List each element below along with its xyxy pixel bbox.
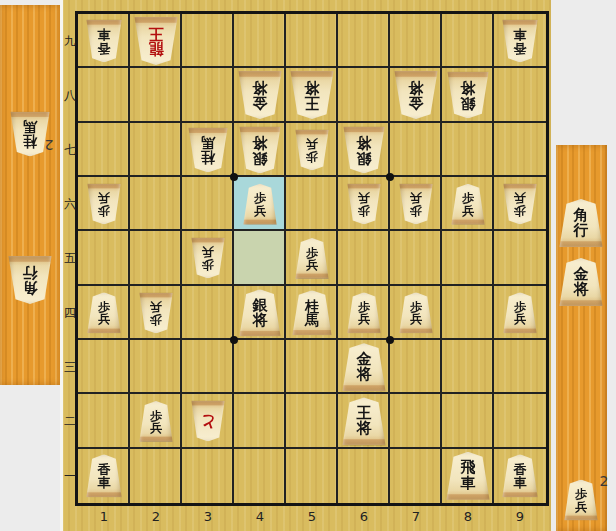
hoshi-dot	[230, 173, 238, 181]
square-7三[interactable]	[390, 340, 442, 394]
square-7一[interactable]	[390, 449, 442, 503]
square-8二[interactable]	[442, 394, 494, 448]
rank-label-八: 八	[64, 87, 76, 104]
square-3六[interactable]	[182, 177, 234, 231]
square-4九[interactable]	[234, 14, 286, 68]
rank-label-二: 二	[64, 413, 76, 430]
hoshi-dot	[386, 336, 394, 344]
square-7二[interactable]	[390, 394, 442, 448]
rank-label-五: 五	[64, 250, 76, 267]
square-6一[interactable]	[338, 449, 390, 503]
komadai-sente[interactable]	[0, 5, 60, 385]
file-label-3: 3	[204, 509, 212, 524]
square-1七[interactable]	[78, 123, 130, 177]
square-3一[interactable]	[182, 449, 234, 503]
square-7九[interactable]	[390, 14, 442, 68]
square-8三[interactable]	[442, 340, 494, 394]
square-3八[interactable]	[182, 68, 234, 122]
square-3九[interactable]	[182, 14, 234, 68]
file-label-2: 2	[152, 509, 160, 524]
square-2一[interactable]	[130, 449, 182, 503]
square-9五[interactable]	[494, 231, 546, 285]
hand-count-gote-pawn: 2	[600, 473, 609, 489]
rank-label-一: 一	[64, 467, 76, 484]
rank-label-七: 七	[64, 141, 76, 158]
square-7七[interactable]	[390, 123, 442, 177]
square-9三[interactable]	[494, 340, 546, 394]
square-8四[interactable]	[442, 286, 494, 340]
file-label-4: 4	[256, 509, 264, 524]
square-5九[interactable]	[286, 14, 338, 68]
rank-label-三: 三	[64, 359, 76, 376]
square-6五[interactable]	[338, 231, 390, 285]
square-1三[interactable]	[78, 340, 130, 394]
square-6八[interactable]	[338, 68, 390, 122]
square-6九[interactable]	[338, 14, 390, 68]
hand-count-sente-knight: 2	[45, 137, 54, 153]
square-4三[interactable]	[234, 340, 286, 394]
square-1五[interactable]	[78, 231, 130, 285]
square-3三[interactable]	[182, 340, 234, 394]
panel-divider	[60, 0, 63, 531]
square-4五[interactable]	[234, 231, 286, 285]
square-9七[interactable]	[494, 123, 546, 177]
square-1八[interactable]	[78, 68, 130, 122]
file-label-1: 1	[100, 509, 108, 524]
hoshi-dot	[230, 336, 238, 344]
square-9八[interactable]	[494, 68, 546, 122]
square-2五[interactable]	[130, 231, 182, 285]
rank-label-四: 四	[64, 304, 76, 321]
file-label-7: 7	[412, 509, 420, 524]
square-8九[interactable]	[442, 14, 494, 68]
square-2八[interactable]	[130, 68, 182, 122]
file-label-9: 9	[516, 509, 524, 524]
square-5一[interactable]	[286, 449, 338, 503]
file-label-8: 8	[464, 509, 472, 524]
square-2七[interactable]	[130, 123, 182, 177]
rank-label-九: 九	[64, 33, 76, 50]
square-2六[interactable]	[130, 177, 182, 231]
square-1二[interactable]	[78, 394, 130, 448]
square-5六[interactable]	[286, 177, 338, 231]
square-5二[interactable]	[286, 394, 338, 448]
hoshi-dot	[386, 173, 394, 181]
rank-label-六: 六	[64, 196, 76, 213]
square-7五[interactable]	[390, 231, 442, 285]
shogi-app: 九八七六五四三二一123456789香車龍王香車金将王将金将銀将桂馬銀将歩兵銀将…	[0, 0, 616, 531]
square-8五[interactable]	[442, 231, 494, 285]
file-label-6: 6	[360, 509, 368, 524]
square-4二[interactable]	[234, 394, 286, 448]
square-2三[interactable]	[130, 340, 182, 394]
square-3四[interactable]	[182, 286, 234, 340]
square-8七[interactable]	[442, 123, 494, 177]
file-label-5: 5	[308, 509, 316, 524]
square-4一[interactable]	[234, 449, 286, 503]
square-5三[interactable]	[286, 340, 338, 394]
square-9二[interactable]	[494, 394, 546, 448]
